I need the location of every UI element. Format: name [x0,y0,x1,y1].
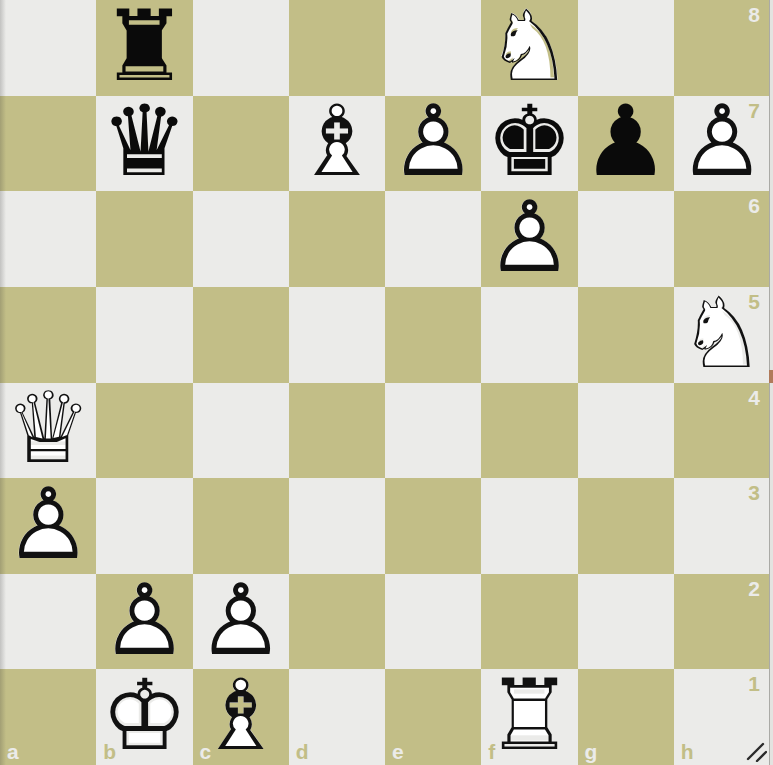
square-f1[interactable]: f♜♖ [481,669,577,765]
square-g3[interactable] [578,478,674,574]
square-f6[interactable]: ♟♙ [481,191,577,287]
square-d6[interactable] [289,191,385,287]
square-e1[interactable]: e [385,669,481,765]
piece-white-bishop-d7[interactable]: ♝♗ [289,96,385,192]
square-g6[interactable] [578,191,674,287]
piece-white-pawn-b2[interactable]: ♟♙ [96,574,192,670]
white-pawn-glyph: ♙ [96,572,192,668]
square-a1[interactable]: a [0,669,96,765]
square-d8[interactable] [289,0,385,96]
square-b7[interactable]: ♛ [96,96,192,192]
square-d4[interactable] [289,383,385,479]
square-b1[interactable]: b♚♔ [96,669,192,765]
piece-white-pawn-f6[interactable]: ♟♙ [481,191,577,287]
square-g1[interactable]: g [578,669,674,765]
square-a4[interactable]: ♛♕ [0,383,96,479]
rank-label-8: 8 [748,4,760,25]
square-a3[interactable]: ♟♙ [0,478,96,574]
piece-white-bishop-c1[interactable]: ♝♗ [193,669,289,765]
square-e8[interactable] [385,0,481,96]
file-label-a: a [7,741,19,762]
white-pawn-glyph: ♙ [674,94,770,190]
square-e5[interactable] [385,287,481,383]
square-c5[interactable] [193,287,289,383]
white-rook-glyph: ♖ [481,667,577,763]
white-pawn-glyph: ♙ [0,476,96,572]
white-bishop-glyph: ♗ [193,667,289,763]
piece-white-knight-f8[interactable]: ♞♘ [481,0,577,96]
square-e6[interactable] [385,191,481,287]
piece-white-pawn-a3[interactable]: ♟♙ [0,478,96,574]
square-b6[interactable] [96,191,192,287]
square-b8[interactable]: ♜ [96,0,192,96]
square-f3[interactable] [481,478,577,574]
square-e2[interactable] [385,574,481,670]
file-label-e: e [392,741,404,762]
square-c3[interactable] [193,478,289,574]
square-c4[interactable] [193,383,289,479]
square-a7[interactable] [0,96,96,192]
square-c2[interactable]: ♟♙ [193,574,289,670]
square-b5[interactable] [96,287,192,383]
square-c1[interactable]: c♝♗ [193,669,289,765]
square-e3[interactable] [385,478,481,574]
square-g5[interactable] [578,287,674,383]
square-h4[interactable]: 4 [674,383,770,479]
square-h5[interactable]: 5♞♘ [674,287,770,383]
square-g2[interactable] [578,574,674,670]
black-king-glyph: ♚ [481,94,577,190]
white-pawn-glyph: ♙ [193,572,289,668]
square-e4[interactable] [385,383,481,479]
square-h3[interactable]: 3 [674,478,770,574]
white-king-glyph: ♔ [96,667,192,763]
piece-white-king-b1[interactable]: ♚♔ [96,669,192,765]
resize-handle-icon[interactable] [743,738,767,762]
chess-board-page: ♜♞♘8♛♝♗♟♙♚♟7♟♙♟♙65♞♘♛♕4♟♙3♟♙♟♙2ab♚♔c♝♗de… [0,0,773,765]
square-f5[interactable] [481,287,577,383]
piece-white-queen-a4[interactable]: ♛♕ [0,383,96,479]
square-d5[interactable] [289,287,385,383]
square-a5[interactable] [0,287,96,383]
square-a8[interactable] [0,0,96,96]
square-d2[interactable] [289,574,385,670]
white-queen-glyph: ♕ [0,381,96,477]
rank-label-6: 6 [748,195,760,216]
square-f4[interactable] [481,383,577,479]
square-g7[interactable]: ♟ [578,96,674,192]
square-g4[interactable] [578,383,674,479]
square-g8[interactable] [578,0,674,96]
square-h8[interactable]: 8 [674,0,770,96]
rank-label-3: 3 [748,482,760,503]
black-queen-glyph: ♛ [96,94,192,190]
edge-scroll-thumb[interactable] [769,370,773,383]
piece-white-pawn-c2[interactable]: ♟♙ [193,574,289,670]
square-a2[interactable] [0,574,96,670]
right-edge-strip [769,0,773,765]
rank-label-2: 2 [748,578,760,599]
square-b2[interactable]: ♟♙ [96,574,192,670]
square-d7[interactable]: ♝♗ [289,96,385,192]
square-c6[interactable] [193,191,289,287]
square-f8[interactable]: ♞♘ [481,0,577,96]
square-f2[interactable] [481,574,577,670]
piece-white-pawn-h7[interactable]: ♟♙ [674,96,770,192]
rank-label-1: 1 [748,673,760,694]
square-e7[interactable]: ♟♙ [385,96,481,192]
square-c7[interactable] [193,96,289,192]
white-knight-glyph: ♘ [674,285,770,381]
file-label-g: g [585,741,598,762]
square-f7[interactable]: ♚ [481,96,577,192]
chess-board: ♜♞♘8♛♝♗♟♙♚♟7♟♙♟♙65♞♘♛♕4♟♙3♟♙♟♙2ab♚♔c♝♗de… [0,0,770,765]
white-pawn-glyph: ♙ [385,94,481,190]
square-b4[interactable] [96,383,192,479]
square-d1[interactable]: d [289,669,385,765]
white-pawn-glyph: ♙ [481,189,577,285]
piece-white-pawn-e7[interactable]: ♟♙ [385,96,481,192]
piece-black-queen-b7[interactable]: ♛ [96,96,192,192]
square-d3[interactable] [289,478,385,574]
piece-black-pawn-g7[interactable]: ♟ [578,96,674,192]
square-c8[interactable] [193,0,289,96]
file-label-h: h [681,741,694,762]
square-h7[interactable]: 7♟♙ [674,96,770,192]
rank-label-4: 4 [748,387,760,408]
piece-white-knight-h5[interactable]: ♞♘ [674,287,770,383]
file-label-d: d [296,741,309,762]
square-b3[interactable] [96,478,192,574]
white-knight-glyph: ♘ [481,0,577,94]
black-rook-glyph: ♜ [96,0,192,94]
black-pawn-glyph: ♟ [578,94,674,190]
square-h6[interactable]: 6 [674,191,770,287]
white-bishop-glyph: ♗ [289,94,385,190]
piece-black-rook-b8[interactable]: ♜ [96,0,192,96]
square-h2[interactable]: 2 [674,574,770,670]
piece-white-rook-f1[interactable]: ♜♖ [481,669,577,765]
square-a6[interactable] [0,191,96,287]
piece-black-king-f7[interactable]: ♚ [481,96,577,192]
